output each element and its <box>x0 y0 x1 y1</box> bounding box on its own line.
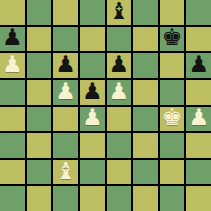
square-h3[interactable] <box>186 133 211 158</box>
square-c6[interactable]: ♟ <box>53 53 78 78</box>
square-d8[interactable] <box>80 0 105 25</box>
square-b7[interactable] <box>27 27 52 52</box>
square-c2[interactable]: ♝ <box>53 160 78 185</box>
square-g8[interactable] <box>160 0 185 25</box>
square-f8[interactable] <box>133 0 158 25</box>
square-f5[interactable] <box>133 80 158 105</box>
square-h4[interactable]: ♟ <box>186 107 211 132</box>
square-d2[interactable] <box>80 160 105 185</box>
square-a2[interactable] <box>0 160 25 185</box>
white-bishop[interactable]: ♝ <box>55 160 76 183</box>
square-d3[interactable] <box>80 133 105 158</box>
square-a5[interactable] <box>0 80 25 105</box>
square-a7[interactable]: ♟ <box>0 27 25 52</box>
square-b6[interactable] <box>27 53 52 78</box>
square-g5[interactable] <box>160 80 185 105</box>
white-pawn[interactable]: ♟ <box>2 53 23 76</box>
square-c3[interactable] <box>53 133 78 158</box>
square-b8[interactable] <box>27 0 52 25</box>
square-a4[interactable] <box>0 107 25 132</box>
square-h5[interactable] <box>186 80 211 105</box>
square-c4[interactable] <box>53 107 78 132</box>
square-f2[interactable] <box>133 160 158 185</box>
chess-board: ♝♟♚♟♟♟♟♟♟♟♟♚♟♝ <box>0 0 211 211</box>
white-pawn[interactable]: ♟ <box>109 80 130 103</box>
square-g3[interactable] <box>160 133 185 158</box>
black-king[interactable]: ♚ <box>162 27 183 50</box>
black-bishop[interactable]: ♝ <box>109 0 130 23</box>
square-h8[interactable] <box>186 0 211 25</box>
square-h1[interactable] <box>186 186 211 211</box>
square-a6[interactable]: ♟ <box>0 53 25 78</box>
square-f1[interactable] <box>133 186 158 211</box>
square-e2[interactable] <box>107 160 132 185</box>
square-b2[interactable] <box>27 160 52 185</box>
square-d5[interactable]: ♟ <box>80 80 105 105</box>
square-e8[interactable]: ♝ <box>107 0 132 25</box>
white-pawn[interactable]: ♟ <box>82 107 103 130</box>
black-pawn[interactable]: ♟ <box>82 80 103 103</box>
white-pawn[interactable]: ♟ <box>188 107 209 130</box>
square-d6[interactable] <box>80 53 105 78</box>
square-g6[interactable] <box>160 53 185 78</box>
square-b1[interactable] <box>27 186 52 211</box>
square-g2[interactable] <box>160 160 185 185</box>
white-king[interactable]: ♚ <box>162 107 183 130</box>
square-d4[interactable]: ♟ <box>80 107 105 132</box>
black-pawn[interactable]: ♟ <box>188 53 209 76</box>
square-e4[interactable] <box>107 107 132 132</box>
square-a8[interactable] <box>0 0 25 25</box>
square-c7[interactable] <box>53 27 78 52</box>
square-g1[interactable] <box>160 186 185 211</box>
square-g4[interactable]: ♚ <box>160 107 185 132</box>
square-f3[interactable] <box>133 133 158 158</box>
square-e5[interactable]: ♟ <box>107 80 132 105</box>
square-b5[interactable] <box>27 80 52 105</box>
square-b4[interactable] <box>27 107 52 132</box>
square-c1[interactable] <box>53 186 78 211</box>
square-g7[interactable]: ♚ <box>160 27 185 52</box>
square-e6[interactable]: ♟ <box>107 53 132 78</box>
square-h7[interactable] <box>186 27 211 52</box>
square-b3[interactable] <box>27 133 52 158</box>
square-c5[interactable]: ♟ <box>53 80 78 105</box>
square-c8[interactable] <box>53 0 78 25</box>
square-a1[interactable] <box>0 186 25 211</box>
square-h6[interactable]: ♟ <box>186 53 211 78</box>
square-h2[interactable] <box>186 160 211 185</box>
square-f6[interactable] <box>133 53 158 78</box>
square-e1[interactable] <box>107 186 132 211</box>
white-pawn[interactable]: ♟ <box>55 80 76 103</box>
square-d1[interactable] <box>80 186 105 211</box>
black-pawn[interactable]: ♟ <box>55 53 76 76</box>
black-pawn[interactable]: ♟ <box>109 53 130 76</box>
square-e7[interactable] <box>107 27 132 52</box>
square-a3[interactable] <box>0 133 25 158</box>
square-d7[interactable] <box>80 27 105 52</box>
square-f7[interactable] <box>133 27 158 52</box>
square-f4[interactable] <box>133 107 158 132</box>
square-e3[interactable] <box>107 133 132 158</box>
black-pawn[interactable]: ♟ <box>2 27 23 50</box>
